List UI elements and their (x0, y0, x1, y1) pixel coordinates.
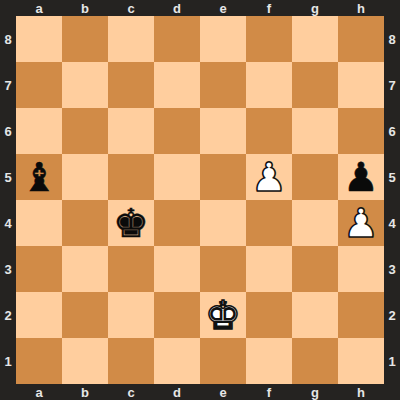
file-label: g (292, 0, 338, 16)
square-g5[interactable] (292, 154, 338, 200)
black-pawn[interactable]: ♟ (343, 154, 379, 200)
square-d2[interactable] (154, 292, 200, 338)
square-f6[interactable] (246, 108, 292, 154)
square-f2[interactable] (246, 292, 292, 338)
square-g8[interactable] (292, 16, 338, 62)
square-a3[interactable] (16, 246, 62, 292)
chess-board-frame: abcdefgh abcdefgh 87654321 87654321 ♝♟♟♚… (0, 0, 400, 400)
file-label: d (154, 0, 200, 16)
rank-label: 6 (0, 108, 16, 154)
rank-label: 5 (384, 154, 400, 200)
square-a5[interactable]: ♝ (16, 154, 62, 200)
square-d1[interactable] (154, 338, 200, 384)
square-e1[interactable] (200, 338, 246, 384)
square-b2[interactable] (62, 292, 108, 338)
rank-label: 1 (384, 338, 400, 384)
square-b7[interactable] (62, 62, 108, 108)
rank-label: 2 (0, 292, 16, 338)
square-b1[interactable] (62, 338, 108, 384)
rank-label: 7 (384, 62, 400, 108)
square-b6[interactable] (62, 108, 108, 154)
square-h6[interactable] (338, 108, 384, 154)
file-labels-bottom: abcdefgh (16, 384, 384, 400)
file-label: b (62, 0, 108, 16)
square-d6[interactable] (154, 108, 200, 154)
square-e2[interactable]: ♚ (200, 292, 246, 338)
square-d5[interactable] (154, 154, 200, 200)
square-d7[interactable] (154, 62, 200, 108)
square-g4[interactable] (292, 200, 338, 246)
square-b4[interactable] (62, 200, 108, 246)
rank-labels-left: 87654321 (0, 16, 16, 384)
square-c6[interactable] (108, 108, 154, 154)
square-g6[interactable] (292, 108, 338, 154)
square-b3[interactable] (62, 246, 108, 292)
square-a1[interactable] (16, 338, 62, 384)
rank-label: 8 (384, 16, 400, 62)
file-label: d (154, 384, 200, 400)
rank-label: 3 (384, 246, 400, 292)
square-g3[interactable] (292, 246, 338, 292)
square-f3[interactable] (246, 246, 292, 292)
square-h8[interactable] (338, 16, 384, 62)
file-label: h (338, 384, 384, 400)
black-bishop[interactable]: ♝ (21, 154, 57, 200)
square-e8[interactable] (200, 16, 246, 62)
file-label: c (108, 384, 154, 400)
square-h7[interactable] (338, 62, 384, 108)
square-f7[interactable] (246, 62, 292, 108)
rank-label: 1 (0, 338, 16, 384)
rank-label: 7 (0, 62, 16, 108)
square-h1[interactable] (338, 338, 384, 384)
square-a7[interactable] (16, 62, 62, 108)
square-d8[interactable] (154, 16, 200, 62)
square-e6[interactable] (200, 108, 246, 154)
black-king[interactable]: ♚ (113, 200, 149, 246)
square-a4[interactable] (16, 200, 62, 246)
file-label: e (200, 384, 246, 400)
square-f4[interactable] (246, 200, 292, 246)
file-label: g (292, 384, 338, 400)
rank-label: 2 (384, 292, 400, 338)
rank-label: 4 (0, 200, 16, 246)
file-label: f (246, 384, 292, 400)
square-g7[interactable] (292, 62, 338, 108)
square-b8[interactable] (62, 16, 108, 62)
square-a2[interactable] (16, 292, 62, 338)
chess-board[interactable]: ♝♟♟♚♟♚ (16, 16, 384, 384)
square-h3[interactable] (338, 246, 384, 292)
square-f1[interactable] (246, 338, 292, 384)
square-c8[interactable] (108, 16, 154, 62)
file-label: e (200, 0, 246, 16)
white-king[interactable]: ♚ (205, 292, 241, 338)
square-b5[interactable] (62, 154, 108, 200)
square-f8[interactable] (246, 16, 292, 62)
square-c7[interactable] (108, 62, 154, 108)
rank-labels-right: 87654321 (384, 16, 400, 384)
square-h4[interactable]: ♟ (338, 200, 384, 246)
file-label: h (338, 0, 384, 16)
rank-label: 6 (384, 108, 400, 154)
square-e5[interactable] (200, 154, 246, 200)
file-label: c (108, 0, 154, 16)
square-d4[interactable] (154, 200, 200, 246)
rank-label: 5 (0, 154, 16, 200)
square-c5[interactable] (108, 154, 154, 200)
square-e3[interactable] (200, 246, 246, 292)
white-pawn[interactable]: ♟ (251, 154, 287, 200)
square-a6[interactable] (16, 108, 62, 154)
square-a8[interactable] (16, 16, 62, 62)
file-label: a (16, 384, 62, 400)
square-h2[interactable] (338, 292, 384, 338)
square-f5[interactable]: ♟ (246, 154, 292, 200)
file-labels-top: abcdefgh (16, 0, 384, 16)
square-d3[interactable] (154, 246, 200, 292)
file-label: f (246, 0, 292, 16)
square-e4[interactable] (200, 200, 246, 246)
rank-label: 4 (384, 200, 400, 246)
file-label: b (62, 384, 108, 400)
square-c3[interactable] (108, 246, 154, 292)
square-c1[interactable] (108, 338, 154, 384)
file-label: a (16, 0, 62, 16)
square-c4[interactable]: ♚ (108, 200, 154, 246)
square-g2[interactable] (292, 292, 338, 338)
white-pawn[interactable]: ♟ (343, 200, 379, 246)
square-h5[interactable]: ♟ (338, 154, 384, 200)
square-e7[interactable] (200, 62, 246, 108)
rank-label: 3 (0, 246, 16, 292)
rank-label: 8 (0, 16, 16, 62)
square-g1[interactable] (292, 338, 338, 384)
square-c2[interactable] (108, 292, 154, 338)
